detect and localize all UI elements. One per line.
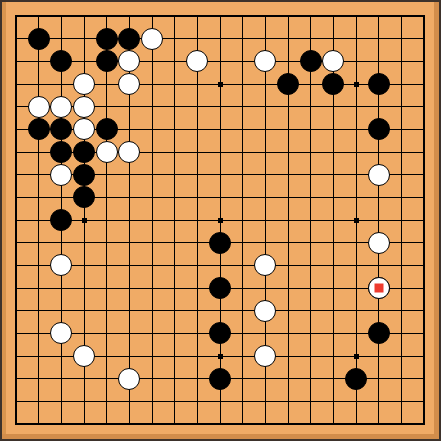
black-stone (209, 277, 231, 299)
grid-line-vertical (310, 16, 311, 424)
white-stone (50, 96, 72, 118)
white-stone (73, 345, 95, 367)
hoshi-point (218, 354, 223, 359)
hoshi-point (218, 218, 223, 223)
black-stone (96, 118, 118, 140)
white-stone (96, 141, 118, 163)
black-stone (368, 322, 390, 344)
black-stone (96, 50, 118, 72)
red-square-mark (374, 284, 383, 293)
black-stone (209, 368, 231, 390)
black-stone (368, 73, 390, 95)
white-stone (118, 368, 140, 390)
black-stone (73, 164, 95, 186)
black-stone (28, 118, 50, 140)
white-stone (50, 164, 72, 186)
black-stone (277, 73, 299, 95)
black-stone (209, 232, 231, 254)
grid-line-vertical (242, 16, 243, 424)
hoshi-point (218, 82, 223, 87)
white-stone (73, 96, 95, 118)
white-stone (141, 28, 163, 50)
black-stone (368, 118, 390, 140)
grid-line-horizontal (16, 310, 424, 311)
go-board[interactable] (0, 0, 441, 441)
grid-line-horizontal (16, 265, 424, 266)
black-stone (300, 50, 322, 72)
grid-line-vertical (401, 16, 402, 424)
black-stone (96, 28, 118, 50)
black-stone (118, 28, 140, 50)
white-stone (254, 300, 276, 322)
marked-white-stone (368, 277, 390, 299)
black-stone (345, 368, 367, 390)
hoshi-point (354, 218, 359, 223)
black-stone (73, 141, 95, 163)
grid-line-horizontal (16, 401, 424, 402)
white-stone (368, 232, 390, 254)
hoshi-point (82, 218, 87, 223)
go-diagram (0, 0, 441, 441)
white-stone (368, 164, 390, 186)
black-stone (28, 28, 50, 50)
hoshi-point (354, 82, 359, 87)
white-stone (28, 96, 50, 118)
hoshi-point (354, 354, 359, 359)
white-stone (73, 73, 95, 95)
